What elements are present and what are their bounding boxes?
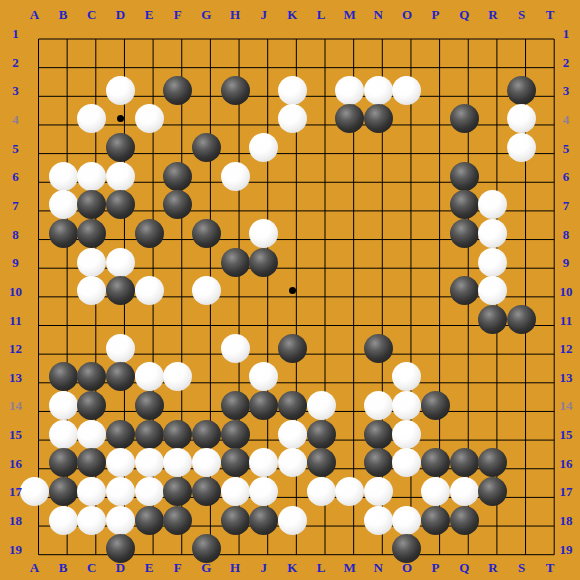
white-stone: [364, 391, 393, 420]
white-stone: [135, 477, 164, 506]
black-stone: [192, 420, 221, 449]
row-label-right: 7: [563, 198, 570, 211]
white-stone: [77, 420, 106, 449]
col-label-bottom: J: [260, 560, 267, 573]
white-stone: [221, 334, 250, 363]
col-label-bottom: M: [344, 560, 356, 573]
white-stone: [249, 477, 278, 506]
black-stone: [221, 248, 250, 277]
col-label-bottom: E: [145, 560, 154, 573]
white-stone: [106, 248, 135, 277]
white-stone: [392, 420, 421, 449]
col-label-top: O: [402, 8, 412, 21]
black-stone: [106, 420, 135, 449]
col-label-bottom: F: [174, 560, 182, 573]
row-label-right: 6: [563, 170, 570, 183]
black-stone: [49, 362, 78, 391]
col-label-top: H: [230, 8, 240, 21]
row-label-left: 7: [12, 198, 19, 211]
row-label-left: 5: [12, 141, 19, 154]
black-stone: [450, 190, 479, 219]
black-stone: [221, 391, 250, 420]
row-label-left: 10: [9, 284, 22, 297]
col-label-top: J: [260, 8, 267, 21]
black-stone: [421, 391, 450, 420]
black-stone: [49, 219, 78, 248]
white-stone: [335, 76, 364, 105]
black-stone: [163, 162, 192, 191]
black-stone: [163, 420, 192, 449]
black-stone: [507, 305, 536, 334]
row-label-right: 3: [563, 84, 570, 97]
white-stone: [364, 477, 393, 506]
col-label-top: R: [488, 8, 497, 21]
col-label-top: K: [287, 8, 297, 21]
row-label-right: 19: [560, 542, 573, 555]
white-stone: [77, 506, 106, 535]
row-label-left: 19: [9, 542, 22, 555]
black-stone: [163, 76, 192, 105]
white-stone: [49, 190, 78, 219]
black-stone: [135, 420, 164, 449]
row-label-right: 1: [563, 27, 570, 40]
black-stone: [106, 133, 135, 162]
row-label-left: 17: [9, 485, 22, 498]
col-label-bottom: D: [116, 560, 125, 573]
white-stone: [106, 506, 135, 535]
row-label-left: 12: [9, 342, 22, 355]
white-stone: [421, 477, 450, 506]
black-stone: [249, 248, 278, 277]
black-stone: [135, 506, 164, 535]
white-stone: [278, 420, 307, 449]
black-stone: [221, 448, 250, 477]
black-stone: [450, 219, 479, 248]
black-stone: [307, 420, 336, 449]
col-label-top: P: [432, 8, 440, 21]
black-stone: [221, 420, 250, 449]
col-label-bottom: P: [432, 560, 440, 573]
white-stone: [278, 448, 307, 477]
col-label-top: T: [546, 8, 555, 21]
white-stone: [49, 162, 78, 191]
black-stone: [163, 506, 192, 535]
white-stone: [77, 162, 106, 191]
row-label-right: 16: [560, 456, 573, 469]
col-label-bottom: G: [201, 560, 211, 573]
row-label-left: 18: [9, 514, 22, 527]
white-stone: [106, 76, 135, 105]
col-label-top: E: [145, 8, 154, 21]
white-stone: [278, 76, 307, 105]
row-label-right: 9: [563, 256, 570, 269]
row-label-left: 11: [9, 313, 21, 326]
col-label-top: Q: [459, 8, 469, 21]
black-stone: [249, 506, 278, 535]
black-stone: [364, 448, 393, 477]
row-label-left: 8: [12, 227, 19, 240]
row-label-right: 13: [560, 370, 573, 383]
black-stone: [421, 506, 450, 535]
white-stone: [49, 391, 78, 420]
white-stone: [450, 477, 479, 506]
col-label-bottom: K: [287, 560, 297, 573]
go-board[interactable]: AABBCCDDEEFFGGHHJJKKLLMMNNOOPPQQRRSSTT11…: [0, 0, 580, 580]
row-label-left: 2: [12, 55, 19, 68]
black-stone: [192, 477, 221, 506]
black-stone: [192, 133, 221, 162]
col-label-bottom: Q: [459, 560, 469, 573]
col-label-top: B: [59, 8, 68, 21]
col-label-bottom: O: [402, 560, 412, 573]
white-stone: [77, 248, 106, 277]
white-stone: [49, 420, 78, 449]
black-stone: [278, 391, 307, 420]
row-label-right: 17: [560, 485, 573, 498]
black-stone: [364, 420, 393, 449]
row-label-left: 9: [12, 256, 19, 269]
row-label-right: 5: [563, 141, 570, 154]
row-label-left: 13: [9, 370, 22, 383]
black-stone: [49, 448, 78, 477]
white-stone: [106, 477, 135, 506]
row-label-right: 8: [563, 227, 570, 240]
col-label-bottom: L: [317, 560, 326, 573]
black-stone: [450, 276, 479, 305]
col-label-bottom: C: [87, 560, 96, 573]
white-stone: [335, 477, 364, 506]
row-label-right: 4: [563, 112, 570, 125]
col-label-top: C: [87, 8, 96, 21]
black-stone: [163, 477, 192, 506]
row-label-left: 15: [9, 428, 22, 441]
white-stone: [478, 248, 507, 277]
white-stone: [135, 104, 164, 133]
black-stone: [450, 506, 479, 535]
black-stone: [135, 219, 164, 248]
row-label-right: 15: [560, 428, 573, 441]
black-stone: [450, 104, 479, 133]
col-label-top: M: [344, 8, 356, 21]
black-stone: [135, 391, 164, 420]
row-label-right: 18: [560, 514, 573, 527]
col-label-bottom: H: [230, 560, 240, 573]
col-label-top: G: [201, 8, 211, 21]
white-stone: [364, 76, 393, 105]
white-stone: [135, 362, 164, 391]
col-label-bottom: R: [488, 560, 497, 573]
col-label-bottom: A: [30, 560, 39, 573]
white-stone: [106, 334, 135, 363]
row-label-right: 14: [560, 399, 573, 412]
black-stone: [364, 334, 393, 363]
white-stone: [364, 506, 393, 535]
white-stone: [307, 391, 336, 420]
col-label-top: F: [174, 8, 182, 21]
col-label-bottom: T: [546, 560, 555, 573]
row-label-right: 10: [560, 284, 573, 297]
row-label-left: 1: [12, 27, 19, 40]
col-label-top: N: [374, 8, 383, 21]
row-label-right: 12: [560, 342, 573, 355]
col-label-top: A: [30, 8, 39, 21]
col-label-bottom: B: [59, 560, 68, 573]
white-stone: [135, 276, 164, 305]
white-stone: [49, 506, 78, 535]
white-stone: [221, 477, 250, 506]
white-stone: [221, 162, 250, 191]
black-stone: [507, 76, 536, 105]
row-label-right: 2: [563, 55, 570, 68]
row-label-left: 6: [12, 170, 19, 183]
row-label-left: 4: [12, 112, 19, 125]
black-stone: [450, 448, 479, 477]
col-label-top: S: [518, 8, 525, 21]
black-stone: [221, 76, 250, 105]
white-stone: [20, 477, 49, 506]
col-label-top: L: [317, 8, 326, 21]
black-stone: [278, 334, 307, 363]
black-stone: [192, 219, 221, 248]
white-stone: [106, 448, 135, 477]
row-label-left: 14: [9, 399, 22, 412]
col-label-top: D: [116, 8, 125, 21]
col-label-bottom: S: [518, 560, 525, 573]
white-stone: [135, 448, 164, 477]
col-label-bottom: N: [374, 560, 383, 573]
white-stone: [77, 477, 106, 506]
white-stone: [278, 506, 307, 535]
white-stone: [307, 477, 336, 506]
black-stone: [450, 162, 479, 191]
row-label-left: 3: [12, 84, 19, 97]
white-stone: [192, 448, 221, 477]
row-label-left: 16: [9, 456, 22, 469]
black-stone: [221, 506, 250, 535]
white-stone: [106, 162, 135, 191]
white-stone: [392, 506, 421, 535]
row-label-right: 11: [560, 313, 572, 326]
white-stone: [507, 133, 536, 162]
black-stone: [49, 477, 78, 506]
black-stone: [307, 448, 336, 477]
black-stone: [249, 391, 278, 420]
